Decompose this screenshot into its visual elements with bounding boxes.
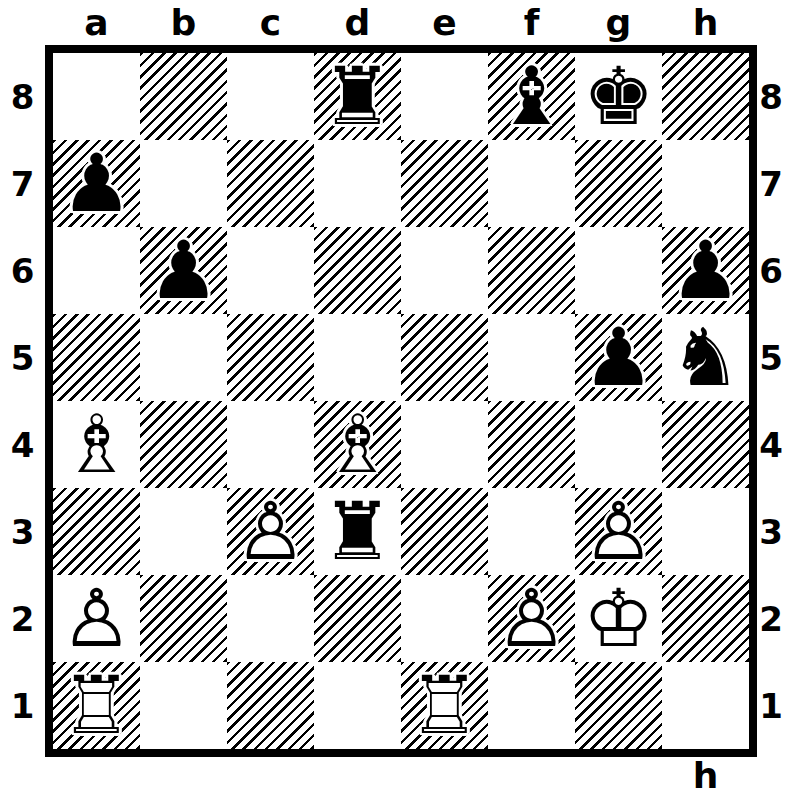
square-a1: ♜♖ bbox=[53, 662, 140, 749]
square-e4 bbox=[401, 401, 488, 488]
black-pawn: ♟ bbox=[53, 140, 140, 227]
file-label-a: a bbox=[53, 2, 140, 43]
rank-label-right-3: 3 bbox=[755, 488, 787, 575]
square-b6: ♟♟ bbox=[140, 227, 227, 314]
square-e7 bbox=[401, 140, 488, 227]
bottom-corner-label: h bbox=[662, 753, 749, 798]
square-d3: ♜♜ bbox=[314, 488, 401, 575]
file-label-e: e bbox=[401, 2, 488, 43]
square-c8 bbox=[227, 53, 314, 140]
black-bishop: ♝ bbox=[488, 53, 575, 140]
square-a7: ♟♟ bbox=[53, 140, 140, 227]
white-pawn: ♙ bbox=[575, 488, 662, 575]
square-b8 bbox=[140, 53, 227, 140]
square-g1 bbox=[575, 662, 662, 749]
square-d5 bbox=[314, 314, 401, 401]
square-c1 bbox=[227, 662, 314, 749]
square-f3 bbox=[488, 488, 575, 575]
square-f4 bbox=[488, 401, 575, 488]
square-e3 bbox=[401, 488, 488, 575]
square-c2 bbox=[227, 575, 314, 662]
square-h2 bbox=[662, 575, 749, 662]
square-g3: ♟♙ bbox=[575, 488, 662, 575]
square-d1 bbox=[314, 662, 401, 749]
square-f6 bbox=[488, 227, 575, 314]
square-b5 bbox=[140, 314, 227, 401]
square-a6 bbox=[53, 227, 140, 314]
black-knight: ♞ bbox=[662, 314, 749, 401]
square-e8 bbox=[401, 53, 488, 140]
rank-label-left-1: 1 bbox=[0, 662, 45, 749]
square-c5 bbox=[227, 314, 314, 401]
rank-label-left-7: 7 bbox=[0, 140, 45, 227]
square-h1 bbox=[662, 662, 749, 749]
square-a2: ♟♙ bbox=[53, 575, 140, 662]
square-b4 bbox=[140, 401, 227, 488]
white-rook: ♖ bbox=[401, 662, 488, 749]
file-label-c: c bbox=[227, 2, 314, 43]
square-b7 bbox=[140, 140, 227, 227]
square-h4 bbox=[662, 401, 749, 488]
square-b1 bbox=[140, 662, 227, 749]
square-a3 bbox=[53, 488, 140, 575]
square-a8 bbox=[53, 53, 140, 140]
file-labels-top: abcdefgh bbox=[53, 0, 749, 44]
square-d6 bbox=[314, 227, 401, 314]
white-bishop: ♗ bbox=[53, 401, 140, 488]
square-g5: ♟♟ bbox=[575, 314, 662, 401]
black-rook: ♜ bbox=[314, 488, 401, 575]
file-label-b: b bbox=[140, 2, 227, 43]
rank-label-right-6: 6 bbox=[755, 227, 787, 314]
square-h5: ♞♞ bbox=[662, 314, 749, 401]
square-f7 bbox=[488, 140, 575, 227]
square-d7 bbox=[314, 140, 401, 227]
file-label-d: d bbox=[314, 2, 401, 43]
square-f2: ♟♙ bbox=[488, 575, 575, 662]
rank-label-left-2: 2 bbox=[0, 575, 45, 662]
square-h7 bbox=[662, 140, 749, 227]
square-b2 bbox=[140, 575, 227, 662]
square-a5 bbox=[53, 314, 140, 401]
white-bishop: ♗ bbox=[314, 401, 401, 488]
file-label-g: g bbox=[575, 2, 662, 43]
rank-label-right-4: 4 bbox=[755, 401, 787, 488]
square-e1: ♜♖ bbox=[401, 662, 488, 749]
square-a4: ♝♗ bbox=[53, 401, 140, 488]
white-pawn: ♙ bbox=[53, 575, 140, 662]
square-d2 bbox=[314, 575, 401, 662]
square-g2: ♚♔ bbox=[575, 575, 662, 662]
rank-label-left-4: 4 bbox=[0, 401, 45, 488]
rank-label-right-8: 8 bbox=[755, 53, 787, 140]
square-f5 bbox=[488, 314, 575, 401]
square-f8: ♝♝ bbox=[488, 53, 575, 140]
square-c7 bbox=[227, 140, 314, 227]
rank-label-right-5: 5 bbox=[755, 314, 787, 401]
rank-labels-left: 87654321 bbox=[0, 53, 45, 749]
rank-label-left-8: 8 bbox=[0, 53, 45, 140]
square-c6 bbox=[227, 227, 314, 314]
square-e5 bbox=[401, 314, 488, 401]
square-c4 bbox=[227, 401, 314, 488]
rank-label-right-1: 1 bbox=[755, 662, 787, 749]
white-pawn: ♙ bbox=[488, 575, 575, 662]
black-pawn: ♟ bbox=[575, 314, 662, 401]
rank-label-left-6: 6 bbox=[0, 227, 45, 314]
black-pawn: ♟ bbox=[140, 227, 227, 314]
square-d4: ♝♗ bbox=[314, 401, 401, 488]
square-f1 bbox=[488, 662, 575, 749]
black-pawn: ♟ bbox=[662, 227, 749, 314]
white-pawn: ♙ bbox=[227, 488, 314, 575]
file-label-h: h bbox=[662, 2, 749, 43]
rank-label-left-5: 5 bbox=[0, 314, 45, 401]
square-h8 bbox=[662, 53, 749, 140]
rank-label-right-7: 7 bbox=[755, 140, 787, 227]
square-b3 bbox=[140, 488, 227, 575]
square-e2 bbox=[401, 575, 488, 662]
square-g4 bbox=[575, 401, 662, 488]
square-g8: ♚♚ bbox=[575, 53, 662, 140]
rank-label-right-2: 2 bbox=[755, 575, 787, 662]
square-h6: ♟♟ bbox=[662, 227, 749, 314]
square-e6 bbox=[401, 227, 488, 314]
square-c3: ♟♙ bbox=[227, 488, 314, 575]
black-king: ♚ bbox=[575, 53, 662, 140]
rank-label-left-3: 3 bbox=[0, 488, 45, 575]
file-label-f: f bbox=[488, 2, 575, 43]
square-g7 bbox=[575, 140, 662, 227]
chess-diagram: abcdefgh 87654321 87654321 ♜♜♝♝♚♚♟♟♟♟♟♟♟… bbox=[0, 0, 787, 798]
square-h3 bbox=[662, 488, 749, 575]
white-king: ♔ bbox=[575, 575, 662, 662]
white-rook: ♖ bbox=[53, 662, 140, 749]
chess-board: ♜♜♝♝♚♚♟♟♟♟♟♟♟♟♞♞♝♗♝♗♟♙♜♜♟♙♟♙♟♙♚♔♜♖♜♖ bbox=[45, 45, 757, 757]
square-d8: ♜♜ bbox=[314, 53, 401, 140]
black-rook: ♜ bbox=[314, 53, 401, 140]
rank-labels-right: 87654321 bbox=[755, 53, 787, 749]
square-g6 bbox=[575, 227, 662, 314]
